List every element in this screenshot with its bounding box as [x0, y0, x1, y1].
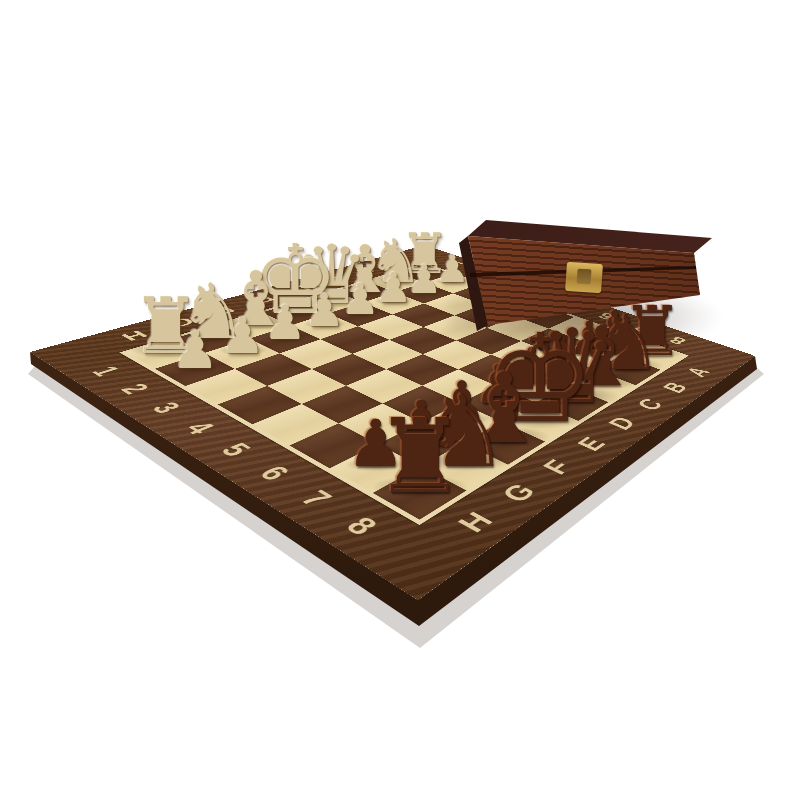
piece-white-pawn-f2: ♟ — [264, 299, 307, 347]
piece-white-pawn-e2: ♟ — [304, 288, 345, 333]
piece-white-pawn-d2: ♟ — [341, 278, 380, 321]
piece-white-pawn-h2: ♟ — [171, 324, 219, 377]
chess-set-product-photo: 1122334455667788AABBCCDDEEFFGGHH ♜♞♟♝♟♛♟… — [0, 0, 800, 800]
latch-slot — [577, 269, 592, 285]
piece-white-pawn-c2: ♟ — [375, 268, 412, 309]
piece-black-rook-h8: ♜ — [374, 405, 466, 508]
piece-white-pawn-g2: ♟ — [220, 311, 265, 361]
brass-latch-icon — [565, 262, 603, 293]
